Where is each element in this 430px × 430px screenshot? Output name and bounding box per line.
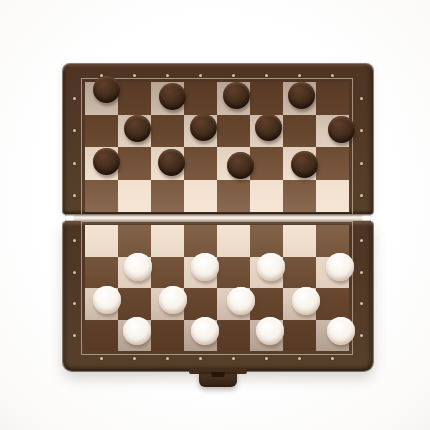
checker-piece-white[interactable] (257, 253, 285, 281)
coordinate-mark (232, 74, 235, 77)
board-square[interactable] (85, 225, 118, 257)
checker-piece-dark[interactable] (158, 149, 185, 176)
latch-notch-icon (212, 372, 225, 377)
board-square[interactable] (217, 320, 250, 352)
checker-piece-white[interactable] (326, 253, 354, 281)
checker-piece-dark[interactable] (328, 116, 355, 143)
board-square[interactable] (151, 180, 184, 213)
coordinate-mark (73, 302, 76, 305)
board-square[interactable] (118, 180, 151, 213)
board-square[interactable] (250, 180, 283, 213)
board-square[interactable] (250, 225, 283, 257)
board-top-half (63, 64, 373, 214)
board-square[interactable] (217, 257, 250, 289)
board-square[interactable] (316, 180, 349, 213)
board-square[interactable] (250, 147, 283, 180)
board-square[interactable] (184, 180, 217, 213)
checker-piece-white[interactable] (124, 253, 152, 281)
latch (199, 372, 237, 387)
checker-piece-white[interactable] (227, 287, 255, 315)
board-bottom-half (63, 222, 373, 371)
board-square[interactable] (118, 288, 151, 320)
board-square[interactable] (283, 115, 316, 148)
board-square[interactable] (250, 288, 283, 320)
board-area-top (85, 82, 349, 212)
coordinate-mark (133, 74, 136, 77)
coordinate-mark (360, 334, 363, 337)
board-square[interactable] (283, 320, 316, 352)
checkers-case (63, 64, 373, 371)
board-square[interactable] (283, 257, 316, 289)
board-square[interactable] (250, 82, 283, 115)
board-square[interactable] (316, 288, 349, 320)
checker-piece-dark[interactable] (93, 148, 120, 175)
coordinate-mark (73, 239, 76, 242)
checker-piece-white[interactable] (292, 287, 320, 315)
coordinate-mark (199, 74, 202, 77)
board-square[interactable] (184, 82, 217, 115)
coordinate-mark (360, 271, 363, 274)
checker-piece-white[interactable] (256, 317, 284, 345)
coordinate-mark (166, 74, 169, 77)
coordinate-mark (73, 129, 76, 132)
coordinate-mark (360, 97, 363, 100)
coordinate-mark (73, 334, 76, 337)
board-square[interactable] (118, 82, 151, 115)
board-square[interactable] (85, 257, 118, 289)
board-square[interactable] (217, 115, 250, 148)
coordinate-mark (73, 97, 76, 100)
coordinate-mark (360, 194, 363, 197)
board-square[interactable] (316, 225, 349, 257)
board-square[interactable] (118, 147, 151, 180)
checker-piece-dark[interactable] (93, 76, 120, 103)
board-square[interactable] (283, 225, 316, 257)
checker-piece-white[interactable] (123, 317, 151, 345)
coordinate-mark (360, 162, 363, 165)
board-square[interactable] (316, 82, 349, 115)
coordinate-mark (133, 357, 136, 360)
coordinate-mark (199, 357, 202, 360)
checker-piece-dark[interactable] (159, 83, 186, 110)
board-square[interactable] (85, 180, 118, 213)
checker-piece-white[interactable] (93, 286, 121, 314)
board-square[interactable] (184, 147, 217, 180)
checker-piece-dark[interactable] (227, 152, 254, 179)
board-square[interactable] (283, 180, 316, 213)
hinge-seam (65, 214, 371, 222)
coordinate-mark (360, 239, 363, 242)
board-area-bottom (85, 225, 349, 351)
board-square[interactable] (85, 115, 118, 148)
board-square[interactable] (316, 147, 349, 180)
board-square[interactable] (118, 225, 151, 257)
coordinate-mark (73, 271, 76, 274)
checker-piece-white[interactable] (191, 253, 219, 281)
coordinate-mark (360, 129, 363, 132)
board-square[interactable] (85, 320, 118, 352)
coordinate-mark (331, 74, 334, 77)
coordinate-mark (232, 357, 235, 360)
checker-piece-white[interactable] (327, 317, 355, 345)
checker-piece-dark[interactable] (288, 82, 315, 109)
coordinate-mark (265, 357, 268, 360)
product-photo-scene (0, 0, 430, 430)
board-square[interactable] (184, 288, 217, 320)
coordinate-mark (73, 162, 76, 165)
board-square[interactable] (151, 257, 184, 289)
coordinate-mark (360, 302, 363, 305)
checker-piece-dark[interactable] (223, 82, 250, 109)
board-square[interactable] (151, 225, 184, 257)
coordinate-mark (100, 357, 103, 360)
board-square[interactable] (217, 180, 250, 213)
checker-piece-dark[interactable] (291, 151, 318, 178)
coordinate-mark (298, 357, 301, 360)
coordinate-mark (265, 74, 268, 77)
coordinate-mark (298, 74, 301, 77)
coordinate-mark (166, 357, 169, 360)
checker-piece-white[interactable] (191, 317, 219, 345)
board-square[interactable] (184, 225, 217, 257)
coordinate-mark (331, 357, 334, 360)
board-square[interactable] (217, 225, 250, 257)
checker-piece-white[interactable] (159, 286, 187, 314)
board-square[interactable] (151, 320, 184, 352)
coordinate-mark (73, 194, 76, 197)
board-square[interactable] (151, 115, 184, 148)
